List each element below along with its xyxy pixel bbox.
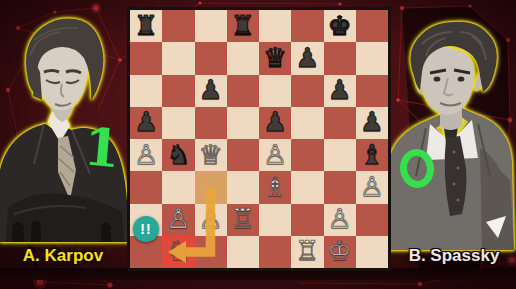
square-c5[interactable] (195, 107, 227, 139)
piece-black-rook[interactable]: ♜ (231, 12, 255, 39)
square-a5[interactable]: ♟ (130, 107, 162, 139)
piece-black-pawn[interactable]: ♟ (263, 108, 287, 135)
piece-white-pawn[interactable]: ♙ (360, 173, 384, 200)
square-a8[interactable]: ♜ (130, 10, 162, 42)
square-f8[interactable] (291, 10, 323, 42)
square-h5[interactable]: ♟ (356, 107, 388, 139)
karpov-name-label: A. Karpov (5, 246, 121, 266)
square-f2[interactable] (291, 204, 323, 236)
piece-black-knight[interactable]: ♞ (166, 141, 190, 168)
square-d3[interactable] (227, 171, 259, 203)
square-f4[interactable] (291, 139, 323, 171)
square-d8[interactable]: ♜ (227, 10, 259, 42)
piece-white-pawn[interactable]: ♙ (328, 205, 352, 232)
square-b6[interactable] (162, 75, 194, 107)
square-d7[interactable] (227, 42, 259, 74)
square-g1[interactable]: ♔ (324, 236, 356, 268)
piece-white-pawn[interactable]: ♙ (166, 205, 190, 232)
square-f1[interactable]: ♖ (291, 236, 323, 268)
square-d2[interactable]: ♖ (227, 204, 259, 236)
piece-black-pawn[interactable]: ♟ (134, 108, 158, 135)
square-f5[interactable] (291, 107, 323, 139)
square-c2[interactable]: ♙ (195, 204, 227, 236)
spassky-name-label: B. Spassky (396, 246, 512, 266)
piece-white-rook[interactable]: ♖ (295, 237, 319, 264)
piece-white-knight[interactable]: ♘ (166, 237, 190, 264)
square-e6[interactable] (259, 75, 291, 107)
brilliant-move-badge: !! (133, 216, 159, 242)
square-g4[interactable] (324, 139, 356, 171)
square-c4[interactable]: ♕ (195, 139, 227, 171)
square-c6[interactable]: ♟ (195, 75, 227, 107)
piece-black-queen[interactable]: ♛ (263, 44, 287, 71)
piece-white-queen[interactable]: ♕ (199, 141, 223, 168)
square-e3[interactable]: ♗ (259, 171, 291, 203)
square-b2[interactable]: ♙ (162, 204, 194, 236)
square-f3[interactable] (291, 171, 323, 203)
square-d5[interactable] (227, 107, 259, 139)
square-h4[interactable]: ♝ (356, 139, 388, 171)
piece-white-pawn[interactable]: ♙ (199, 205, 223, 232)
piece-black-rook[interactable]: ♜ (134, 12, 158, 39)
square-c8[interactable] (195, 10, 227, 42)
piece-black-pawn[interactable]: ♟ (328, 76, 352, 103)
square-h7[interactable] (356, 42, 388, 74)
square-h1[interactable] (356, 236, 388, 268)
square-e5[interactable]: ♟ (259, 107, 291, 139)
piece-black-king[interactable]: ♚ (328, 12, 352, 39)
square-c1[interactable] (195, 236, 227, 268)
square-h2[interactable] (356, 204, 388, 236)
square-h8[interactable] (356, 10, 388, 42)
square-a6[interactable] (130, 75, 162, 107)
square-e4[interactable]: ♙ (259, 139, 291, 171)
piece-black-bishop[interactable]: ♝ (360, 141, 384, 168)
square-c7[interactable] (195, 42, 227, 74)
piece-white-pawn[interactable]: ♙ (134, 141, 158, 168)
square-b3[interactable] (162, 171, 194, 203)
piece-black-pawn[interactable]: ♟ (199, 76, 223, 103)
piece-white-pawn[interactable]: ♙ (263, 141, 287, 168)
square-h3[interactable]: ♙ (356, 171, 388, 203)
square-g2[interactable]: ♙ (324, 204, 356, 236)
square-g5[interactable] (324, 107, 356, 139)
piece-white-bishop[interactable]: ♗ (263, 173, 287, 200)
square-e1[interactable] (259, 236, 291, 268)
square-g6[interactable]: ♟ (324, 75, 356, 107)
square-a4[interactable]: ♙ (130, 139, 162, 171)
square-b5[interactable] (162, 107, 194, 139)
square-g7[interactable] (324, 42, 356, 74)
square-b4[interactable]: ♞ (162, 139, 194, 171)
square-e7[interactable]: ♛ (259, 42, 291, 74)
square-h6[interactable] (356, 75, 388, 107)
brilliant-badge-text: !! (140, 221, 151, 237)
square-d1[interactable] (227, 236, 259, 268)
piece-white-rook[interactable]: ♖ (231, 205, 255, 232)
square-a3[interactable] (130, 171, 162, 203)
square-d6[interactable] (227, 75, 259, 107)
square-e2[interactable] (259, 204, 291, 236)
square-g8[interactable]: ♚ (324, 10, 356, 42)
piece-black-pawn[interactable]: ♟ (360, 108, 384, 135)
square-b1[interactable]: ♘ (162, 236, 194, 268)
spassky-photo (386, 16, 516, 250)
square-f7[interactable]: ♟ (291, 42, 323, 74)
square-c3[interactable] (195, 171, 227, 203)
square-b8[interactable] (162, 10, 194, 42)
square-d4[interactable] (227, 139, 259, 171)
square-b7[interactable] (162, 42, 194, 74)
karpov-score: 1 (82, 121, 123, 176)
chess-board[interactable]: ♜♜♚♛♟♟♟♟♟♟♙♞♕♙♝♗♙♙♙♖♙♘♖♔ (127, 7, 391, 271)
piece-white-king[interactable]: ♔ (328, 237, 352, 264)
square-a7[interactable] (130, 42, 162, 74)
square-g3[interactable] (324, 171, 356, 203)
thumbnail-scene: ♜♜♚♛♟♟♟♟♟♟♙♞♕♙♝♗♙♙♙♖♙♘♖♔ !! 1 A. Karpov … (0, 0, 516, 289)
square-f6[interactable] (291, 75, 323, 107)
piece-black-pawn[interactable]: ♟ (295, 44, 319, 71)
square-e8[interactable] (259, 10, 291, 42)
